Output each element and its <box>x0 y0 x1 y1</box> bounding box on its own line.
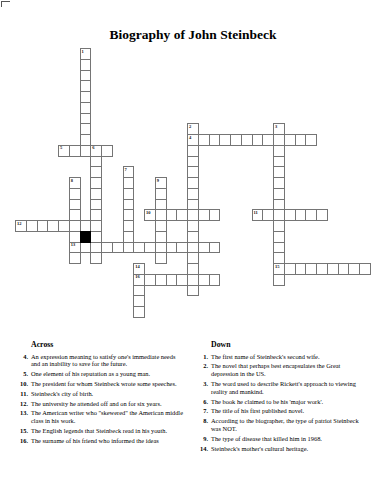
cell-number: 14 <box>135 265 140 270</box>
grid-cell[interactable] <box>273 274 285 286</box>
clue-text: The book he claimed to be his 'major wor… <box>211 398 323 405</box>
grid-cell[interactable] <box>155 252 167 264</box>
grid-cell[interactable] <box>305 134 317 146</box>
clue-item: 4. An expression meaning to satisfy one'… <box>10 353 184 369</box>
grid-cell[interactable] <box>209 209 221 221</box>
cell-number: 12 <box>17 222 22 227</box>
clue-item: 15. The English legends that Steinbeck r… <box>10 427 184 435</box>
clue-text: The English legends that Steinbeck read … <box>31 427 167 434</box>
clue-item: 3. The word used to describe Rickett's a… <box>196 380 366 396</box>
grid-cell[interactable] <box>209 274 221 286</box>
clue-item: 16. The surname of his friend who inform… <box>10 437 184 445</box>
grid-cell[interactable] <box>209 242 221 254</box>
cell-number: 10 <box>146 211 151 216</box>
cell-number: 4 <box>189 136 191 141</box>
clue-item: 6. The book he claimed to be his 'major … <box>196 398 366 406</box>
clue-item: 10. The president for whom Steinbeck wro… <box>10 380 184 388</box>
clue-number: 11. <box>10 390 28 398</box>
black-cell <box>80 231 92 243</box>
clue-number: 7. <box>196 407 208 415</box>
clue-item: 2. The novel that perhaps best encapsula… <box>196 362 366 378</box>
cell-number: 16 <box>135 275 140 280</box>
grid-cell[interactable] <box>69 252 81 264</box>
clue-text: The novel that perhaps best encapsulates… <box>211 362 340 377</box>
cell-number: 1 <box>82 50 84 55</box>
across-clues-section: Across 4. An expression meaning to satis… <box>10 340 184 447</box>
clue-number: 15. <box>10 427 28 435</box>
clue-number: 6. <box>196 398 208 406</box>
grid-cell[interactable] <box>262 134 274 146</box>
grid-cell[interactable] <box>69 145 81 157</box>
grid-cell[interactable] <box>176 209 188 221</box>
clue-item: 1. The first name of Steinbeck's second … <box>196 353 366 361</box>
down-header: Down <box>211 340 366 350</box>
clue-number: 9. <box>196 435 208 443</box>
grid-cell[interactable] <box>316 209 328 221</box>
clue-number: 5. <box>10 370 28 378</box>
cell-number: 13 <box>71 243 76 248</box>
clue-number: 14. <box>196 445 208 453</box>
clue-text: The first name of Steinbeck's second wif… <box>211 353 320 360</box>
clue-item: 7. The title of his first published nove… <box>196 407 366 415</box>
clue-item: 8. According to the biographer, the type… <box>196 417 366 433</box>
cell-number: 11 <box>254 211 258 216</box>
clue-number: 13. <box>10 409 28 417</box>
clue-item: 12. The university he attended off and o… <box>10 400 184 408</box>
clue-text: One element of his reputation as a young… <box>31 370 150 377</box>
clue-text: The title of his first published novel. <box>211 407 304 414</box>
across-clue-list: 4. An expression meaning to satisfy one'… <box>10 353 184 445</box>
clue-text: The American writer who "skewered" the A… <box>31 409 183 424</box>
clue-text: According to the biographer, the type of… <box>211 417 359 432</box>
down-clue-list: 1. The first name of Steinbeck's second … <box>196 353 366 453</box>
grid-cell[interactable] <box>58 220 70 232</box>
clue-number: 12. <box>10 400 28 408</box>
clue-text: The surname of his friend who informed t… <box>31 437 159 444</box>
cell-number: 7 <box>125 168 127 173</box>
clue-text: The word used to describe Rickett's appr… <box>211 380 356 395</box>
clue-text: Steinbeck's mother's cultural heritage. <box>211 445 308 452</box>
page: { "title": "Biography of John Steinbeck"… <box>0 0 386 500</box>
cell-number: 15 <box>275 265 280 270</box>
clue-text: The president for whom Steinbeck wrote s… <box>31 380 177 387</box>
clue-item: 14. Steinbeck's mother's cultural herita… <box>196 445 366 453</box>
down-clues-section: Down 1. The first name of Steinbeck's se… <box>196 340 366 454</box>
grid-cell[interactable] <box>187 285 199 297</box>
cell-number: 9 <box>157 179 159 184</box>
clue-text: Steinbeck's city of birth. <box>31 390 93 397</box>
grid-cell[interactable] <box>262 209 274 221</box>
clue-text: An expression meaning to satisfy one's i… <box>31 353 175 368</box>
grid-cell[interactable] <box>90 252 102 264</box>
cell-number: 6 <box>92 146 94 151</box>
clue-number: 1. <box>196 353 208 361</box>
clue-number: 16. <box>10 437 28 445</box>
clue-number: 10. <box>10 380 28 388</box>
page-title: Biography of John Steinbeck <box>0 27 386 43</box>
corner-mark <box>1 1 10 7</box>
clue-number: 2. <box>196 362 208 370</box>
cell-number: 5 <box>60 146 62 151</box>
grid-cell[interactable] <box>176 274 188 286</box>
clue-number: 4. <box>10 353 28 361</box>
cell-number: 2 <box>189 125 191 130</box>
clue-item: 11. Steinbeck's city of birth. <box>10 390 184 398</box>
grid-cell[interactable] <box>80 242 92 254</box>
clue-item: 9. The type of disease that killed him i… <box>196 435 366 443</box>
grid-cell[interactable] <box>176 242 188 254</box>
grid-cell[interactable] <box>101 145 113 157</box>
clue-text: The type of disease that killed him in 1… <box>211 435 322 442</box>
cell-number: 3 <box>275 125 277 130</box>
across-header: Across <box>31 340 184 350</box>
clue-item: 13. The American writer who "skewered" t… <box>10 409 184 425</box>
grid-cell[interactable] <box>112 242 124 254</box>
clue-number: 3. <box>196 380 208 388</box>
grid-cell[interactable] <box>359 263 371 275</box>
clue-number: 8. <box>196 417 208 425</box>
clue-item: 5. One element of his reputation as a yo… <box>10 370 184 378</box>
grid-cell[interactable] <box>144 242 156 254</box>
cell-number: 8 <box>71 179 73 184</box>
clue-text: The university he attended off and on fo… <box>31 400 162 407</box>
grid-cell[interactable] <box>133 306 145 318</box>
